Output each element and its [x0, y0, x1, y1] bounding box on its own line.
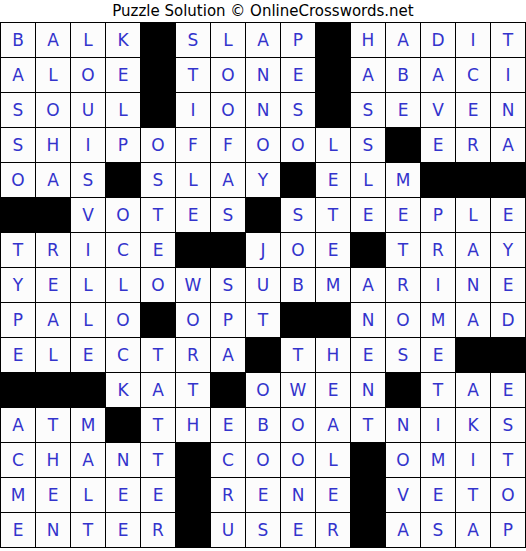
letter-cell: A — [421, 58, 455, 92]
letter-cell: T — [456, 478, 490, 512]
crossword-grid: BALKSLAPHADITALOETONEABACISOULIONSSEVENS… — [0, 22, 526, 548]
letter-cell: E — [316, 373, 350, 407]
letter-cell: E — [351, 198, 385, 232]
letter-cell: O — [141, 268, 175, 302]
letter-cell: O — [1, 163, 35, 197]
letter-cell: D — [421, 23, 455, 57]
letter-cell: L — [36, 58, 70, 92]
letter-cell: T — [176, 58, 210, 92]
letter-cell: T — [316, 198, 350, 232]
puzzle-solution-page: Puzzle Solution © OnlineCrosswords.net B… — [0, 0, 526, 548]
letter-cell: M — [316, 268, 350, 302]
letter-cell: A — [36, 163, 70, 197]
letter-cell: R — [36, 233, 70, 267]
black-cell — [176, 443, 210, 477]
letter-cell: F — [176, 128, 210, 162]
letter-cell: E — [281, 513, 315, 547]
letter-cell: E — [281, 58, 315, 92]
letter-cell: E — [351, 338, 385, 372]
letter-cell: S — [281, 198, 315, 232]
letter-cell: L — [71, 268, 105, 302]
letter-cell: C — [211, 443, 245, 477]
letter-cell: H — [316, 338, 350, 372]
letter-cell: E — [316, 163, 350, 197]
letter-cell: S — [211, 198, 245, 232]
letter-cell: I — [491, 58, 525, 92]
letter-cell: T — [351, 408, 385, 442]
letter-cell: H — [36, 128, 70, 162]
black-cell — [141, 58, 175, 92]
black-cell — [316, 58, 350, 92]
letter-cell: N — [246, 58, 280, 92]
letter-cell: A — [351, 268, 385, 302]
letter-cell: R — [386, 268, 420, 302]
letter-cell: B — [386, 58, 420, 92]
letter-cell: O — [281, 408, 315, 442]
letter-cell: E — [421, 338, 455, 372]
black-cell — [176, 513, 210, 547]
letter-cell: E — [176, 198, 210, 232]
letter-cell: O — [281, 233, 315, 267]
black-cell — [316, 93, 350, 127]
letter-cell: T — [141, 338, 175, 372]
letter-cell: S — [246, 513, 280, 547]
black-cell — [106, 408, 140, 442]
letter-cell: S — [351, 93, 385, 127]
letter-cell: A — [386, 513, 420, 547]
letter-cell: T — [71, 513, 105, 547]
letter-cell: E — [421, 478, 455, 512]
letter-cell: A — [456, 513, 490, 547]
letter-cell: O — [246, 373, 280, 407]
letter-cell: E — [106, 478, 140, 512]
letter-cell: E — [386, 93, 420, 127]
letter-cell: P — [106, 128, 140, 162]
letter-cell: S — [1, 93, 35, 127]
black-cell — [176, 478, 210, 512]
letter-cell: P — [491, 513, 525, 547]
black-cell — [491, 338, 525, 372]
black-cell — [316, 303, 350, 337]
letter-cell: M — [71, 408, 105, 442]
letter-cell: L — [106, 93, 140, 127]
letter-cell: R — [421, 233, 455, 267]
letter-cell: A — [141, 373, 175, 407]
letter-cell: K — [106, 23, 140, 57]
black-cell — [36, 198, 70, 232]
black-cell — [351, 513, 385, 547]
letter-cell: T — [386, 233, 420, 267]
black-cell — [246, 338, 280, 372]
letter-cell: L — [71, 478, 105, 512]
black-cell — [141, 23, 175, 57]
letter-cell: E — [386, 198, 420, 232]
black-cell — [421, 163, 455, 197]
letter-cell: F — [211, 128, 245, 162]
letter-cell: E — [141, 478, 175, 512]
black-cell — [456, 163, 490, 197]
letter-cell: P — [1, 303, 35, 337]
letter-cell: A — [211, 338, 245, 372]
letter-cell: W — [281, 373, 315, 407]
letter-cell: A — [456, 373, 490, 407]
letter-cell: E — [316, 233, 350, 267]
black-cell — [106, 163, 140, 197]
letter-cell: A — [456, 233, 490, 267]
black-cell — [211, 373, 245, 407]
letter-cell: M — [1, 478, 35, 512]
black-cell — [491, 163, 525, 197]
letter-cell: S — [491, 408, 525, 442]
letter-cell: O — [281, 128, 315, 162]
letter-cell: K — [106, 373, 140, 407]
letter-cell: A — [316, 408, 350, 442]
letter-cell: S — [1, 128, 35, 162]
letter-cell: P — [211, 303, 245, 337]
letter-cell: E — [1, 338, 35, 372]
letter-cell: E — [456, 93, 490, 127]
letter-cell: A — [1, 408, 35, 442]
letter-cell: H — [176, 408, 210, 442]
letter-cell: O — [106, 198, 140, 232]
letter-cell: O — [246, 443, 280, 477]
letter-cell: I — [71, 128, 105, 162]
letter-cell: V — [71, 198, 105, 232]
letter-cell: O — [246, 128, 280, 162]
letter-cell: S — [141, 163, 175, 197]
letter-cell: E — [71, 338, 105, 372]
black-cell — [386, 373, 420, 407]
black-cell — [281, 163, 315, 197]
letter-cell: I — [456, 443, 490, 477]
letter-cell: O — [71, 58, 105, 92]
letter-cell: M — [386, 163, 420, 197]
letter-cell: E — [141, 233, 175, 267]
letter-cell: T — [141, 198, 175, 232]
letter-cell: E — [421, 128, 455, 162]
letter-cell: C — [456, 58, 490, 92]
letter-cell: A — [36, 23, 70, 57]
letter-cell: O — [491, 478, 525, 512]
letter-cell: I — [456, 23, 490, 57]
letter-cell: S — [351, 128, 385, 162]
letter-cell: O — [211, 58, 245, 92]
letter-cell: O — [211, 93, 245, 127]
letter-cell: P — [421, 198, 455, 232]
letter-cell: E — [36, 478, 70, 512]
letter-cell: E — [491, 373, 525, 407]
letter-cell: B — [281, 268, 315, 302]
letter-cell: L — [316, 443, 350, 477]
letter-cell: I — [71, 233, 105, 267]
letter-cell: W — [176, 268, 210, 302]
letter-cell: P — [281, 23, 315, 57]
letter-cell: U — [71, 93, 105, 127]
black-cell — [71, 373, 105, 407]
black-cell — [1, 373, 35, 407]
letter-cell: L — [316, 128, 350, 162]
letter-cell: L — [36, 338, 70, 372]
letter-cell: R — [211, 478, 245, 512]
letter-cell: S — [386, 338, 420, 372]
letter-cell: R — [456, 128, 490, 162]
letter-cell: O — [281, 443, 315, 477]
black-cell — [176, 233, 210, 267]
letter-cell: U — [211, 513, 245, 547]
letter-cell: N — [351, 303, 385, 337]
letter-cell: A — [71, 443, 105, 477]
letter-cell: T — [246, 303, 280, 337]
letter-cell: T — [491, 443, 525, 477]
letter-cell: R — [141, 513, 175, 547]
letter-cell: M — [421, 443, 455, 477]
letter-cell: T — [421, 373, 455, 407]
letter-cell: M — [421, 303, 455, 337]
letter-cell: L — [71, 23, 105, 57]
letter-cell: N — [351, 373, 385, 407]
letter-cell: B — [246, 408, 280, 442]
letter-cell: N — [246, 93, 280, 127]
letter-cell: S — [281, 93, 315, 127]
letter-cell: Y — [246, 163, 280, 197]
letter-cell: N — [36, 513, 70, 547]
letter-cell: I — [421, 408, 455, 442]
letter-cell: O — [141, 128, 175, 162]
letter-cell: D — [491, 303, 525, 337]
black-cell — [386, 128, 420, 162]
letter-cell: A — [491, 128, 525, 162]
letter-cell: U — [246, 268, 280, 302]
letter-cell: S — [71, 163, 105, 197]
letter-cell: B — [1, 23, 35, 57]
letter-cell: T — [36, 408, 70, 442]
letter-cell: L — [106, 268, 140, 302]
letter-cell: V — [421, 93, 455, 127]
black-cell — [36, 373, 70, 407]
letter-cell: L — [71, 303, 105, 337]
black-cell — [1, 198, 35, 232]
letter-cell: L — [211, 23, 245, 57]
black-cell — [351, 478, 385, 512]
letter-cell: T — [1, 233, 35, 267]
black-cell — [246, 198, 280, 232]
letter-cell: R — [176, 338, 210, 372]
letter-cell: A — [1, 58, 35, 92]
letter-cell: R — [316, 513, 350, 547]
letter-cell: C — [106, 338, 140, 372]
letter-cell: L — [176, 163, 210, 197]
letter-cell: O — [176, 303, 210, 337]
letter-cell: A — [456, 303, 490, 337]
letter-cell: L — [351, 163, 385, 197]
letter-cell: A — [36, 303, 70, 337]
letter-cell: O — [386, 443, 420, 477]
black-cell — [456, 338, 490, 372]
letter-cell: S — [421, 513, 455, 547]
letter-cell: A — [386, 23, 420, 57]
black-cell — [281, 303, 315, 337]
letter-cell: V — [386, 478, 420, 512]
letter-cell: C — [106, 233, 140, 267]
letter-cell: H — [36, 443, 70, 477]
black-cell — [316, 23, 350, 57]
letter-cell: O — [386, 303, 420, 337]
page-title: Puzzle Solution © OnlineCrosswords.net — [0, 0, 526, 22]
letter-cell: N — [106, 443, 140, 477]
black-cell — [141, 303, 175, 337]
letter-cell: T — [281, 338, 315, 372]
letter-cell: J — [246, 233, 280, 267]
black-cell — [211, 233, 245, 267]
letter-cell: T — [141, 408, 175, 442]
letter-cell: E — [36, 268, 70, 302]
letter-cell: L — [456, 198, 490, 232]
letter-cell: E — [211, 408, 245, 442]
letter-cell: A — [246, 23, 280, 57]
letter-cell: C — [1, 443, 35, 477]
letter-cell: Y — [491, 233, 525, 267]
letter-cell: H — [351, 23, 385, 57]
letter-cell: E — [106, 58, 140, 92]
letter-cell: O — [106, 303, 140, 337]
letter-cell: K — [456, 408, 490, 442]
letter-cell: A — [351, 58, 385, 92]
letter-cell: N — [386, 408, 420, 442]
letter-cell: E — [1, 513, 35, 547]
letter-cell: E — [106, 513, 140, 547]
letter-cell: I — [421, 268, 455, 302]
black-cell — [141, 93, 175, 127]
letter-cell: T — [491, 23, 525, 57]
letter-cell: E — [246, 478, 280, 512]
letter-cell: I — [176, 93, 210, 127]
letter-cell: Y — [1, 268, 35, 302]
letter-cell: E — [491, 268, 525, 302]
letter-cell: N — [456, 268, 490, 302]
letter-cell: T — [141, 443, 175, 477]
letter-cell: T — [176, 373, 210, 407]
letter-cell: E — [316, 478, 350, 512]
letter-cell: N — [281, 478, 315, 512]
letter-cell: N — [491, 93, 525, 127]
letter-cell: S — [176, 23, 210, 57]
letter-cell: S — [211, 268, 245, 302]
letter-cell: E — [491, 198, 525, 232]
black-cell — [351, 443, 385, 477]
letter-cell: A — [211, 163, 245, 197]
letter-cell: O — [36, 93, 70, 127]
black-cell — [351, 233, 385, 267]
